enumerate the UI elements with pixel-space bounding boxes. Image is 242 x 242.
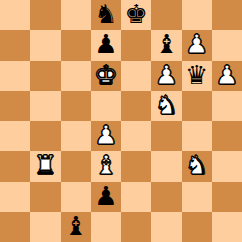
square-c8[interactable]	[61, 0, 91, 30]
square-h7[interactable]	[212, 30, 242, 60]
square-f8[interactable]	[151, 0, 181, 30]
white-pawn-g7[interactable]: ♟	[185, 31, 208, 57]
white-pawn-d4[interactable]: ♟	[94, 122, 117, 148]
square-b6[interactable]	[30, 61, 60, 91]
square-d8[interactable]: ♞	[91, 0, 121, 30]
square-b1[interactable]	[30, 212, 60, 242]
square-f6[interactable]: ♟	[151, 61, 181, 91]
square-d6[interactable]: ♚	[91, 61, 121, 91]
square-c1[interactable]: ♝	[61, 212, 91, 242]
square-f2[interactable]	[151, 182, 181, 212]
square-e6[interactable]	[121, 61, 151, 91]
square-d4[interactable]: ♟	[91, 121, 121, 151]
square-b7[interactable]	[30, 30, 60, 60]
black-queen-g6[interactable]: ♛	[185, 62, 208, 88]
square-a5[interactable]	[0, 91, 30, 121]
square-e8[interactable]: ♚	[121, 0, 151, 30]
square-a3[interactable]	[0, 151, 30, 181]
square-e1[interactable]	[121, 212, 151, 242]
square-e2[interactable]	[121, 182, 151, 212]
square-g2[interactable]	[182, 182, 212, 212]
square-c5[interactable]	[61, 91, 91, 121]
square-f5[interactable]: ♞	[151, 91, 181, 121]
black-pawn-d7[interactable]: ♟	[94, 31, 117, 57]
square-h8[interactable]	[212, 0, 242, 30]
square-g3[interactable]: ♞	[182, 151, 212, 181]
square-f1[interactable]	[151, 212, 181, 242]
square-f7[interactable]: ♝	[151, 30, 181, 60]
white-pawn-h6[interactable]: ♟	[215, 62, 238, 88]
white-bishop-d3[interactable]: ♝	[94, 152, 117, 178]
square-g5[interactable]	[182, 91, 212, 121]
square-h3[interactable]	[212, 151, 242, 181]
square-g6[interactable]: ♛	[182, 61, 212, 91]
square-b8[interactable]	[30, 0, 60, 30]
black-king-e8[interactable]: ♚	[124, 1, 147, 27]
square-e3[interactable]	[121, 151, 151, 181]
square-a6[interactable]	[0, 61, 30, 91]
square-e7[interactable]	[121, 30, 151, 60]
square-h6[interactable]: ♟	[212, 61, 242, 91]
square-b2[interactable]	[30, 182, 60, 212]
square-d3[interactable]: ♝	[91, 151, 121, 181]
square-g4[interactable]	[182, 121, 212, 151]
white-knight-f5[interactable]: ♞	[155, 92, 178, 118]
square-c3[interactable]	[61, 151, 91, 181]
square-h5[interactable]	[212, 91, 242, 121]
square-d1[interactable]	[91, 212, 121, 242]
square-e4[interactable]	[121, 121, 151, 151]
white-knight-g3[interactable]: ♞	[185, 152, 208, 178]
square-d7[interactable]: ♟	[91, 30, 121, 60]
black-pawn-d2[interactable]: ♟	[94, 183, 117, 209]
square-g7[interactable]: ♟	[182, 30, 212, 60]
white-pawn-f6[interactable]: ♟	[155, 62, 178, 88]
square-b5[interactable]	[30, 91, 60, 121]
square-f3[interactable]	[151, 151, 181, 181]
white-rook-b3[interactable]: ♜	[34, 152, 57, 178]
black-bishop-f7[interactable]: ♝	[155, 31, 178, 57]
square-b3[interactable]: ♜	[30, 151, 60, 181]
square-c6[interactable]	[61, 61, 91, 91]
square-d5[interactable]	[91, 91, 121, 121]
chess-board: ♞♚♟♝♟♚♟♛♟♞♟♜♝♞♟♝	[0, 0, 242, 242]
white-king-d6[interactable]: ♚	[94, 62, 117, 88]
square-g1[interactable]	[182, 212, 212, 242]
black-bishop-c1[interactable]: ♝	[64, 213, 87, 239]
square-c7[interactable]	[61, 30, 91, 60]
square-g8[interactable]	[182, 0, 212, 30]
square-d2[interactable]: ♟	[91, 182, 121, 212]
black-knight-d8[interactable]: ♞	[94, 1, 117, 27]
square-a1[interactable]	[0, 212, 30, 242]
square-e5[interactable]	[121, 91, 151, 121]
square-c4[interactable]	[61, 121, 91, 151]
square-c2[interactable]	[61, 182, 91, 212]
square-a7[interactable]	[0, 30, 30, 60]
square-b4[interactable]	[30, 121, 60, 151]
square-f4[interactable]	[151, 121, 181, 151]
square-h2[interactable]	[212, 182, 242, 212]
square-a8[interactable]	[0, 0, 30, 30]
square-h1[interactable]	[212, 212, 242, 242]
square-h4[interactable]	[212, 121, 242, 151]
square-a2[interactable]	[0, 182, 30, 212]
square-a4[interactable]	[0, 121, 30, 151]
